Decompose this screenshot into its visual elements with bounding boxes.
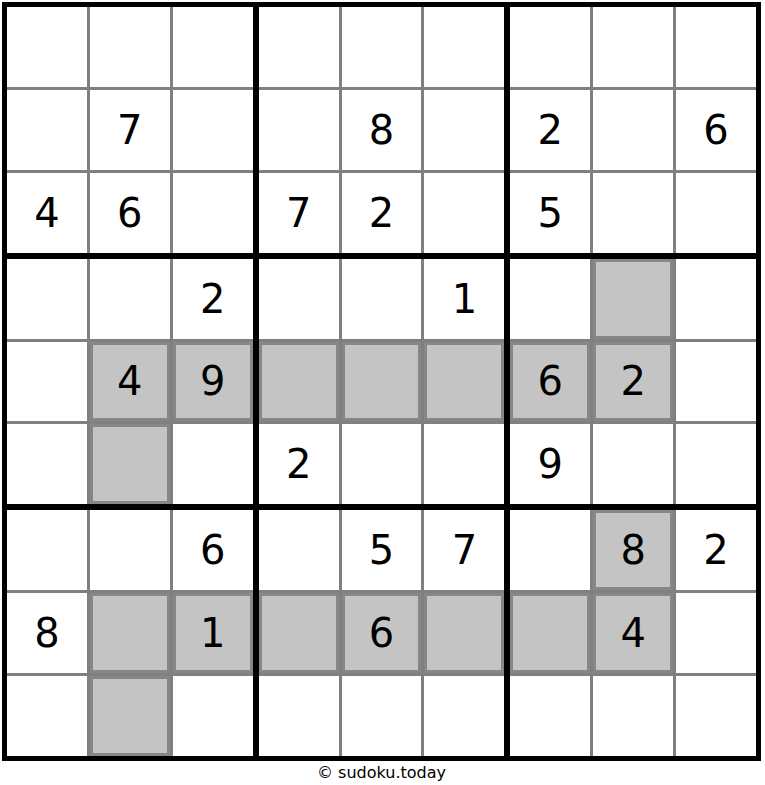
cell-r5c1[interactable]	[7, 342, 87, 422]
cell-r7c1[interactable]	[7, 510, 87, 590]
cell-r9c4[interactable]	[259, 676, 339, 756]
cell-r4c3[interactable]: 2	[173, 259, 253, 339]
cell-r3c7[interactable]: 5	[510, 173, 590, 253]
cell-r9c1[interactable]	[7, 676, 87, 756]
cell-r7c8[interactable]: 8	[593, 510, 673, 590]
cell-r7c3[interactable]: 6	[173, 510, 253, 590]
cell-r8c1[interactable]: 8	[7, 593, 87, 673]
cell-r8c9[interactable]	[676, 593, 756, 673]
cell-r1c9[interactable]	[676, 7, 756, 87]
box-3-3: 824	[510, 510, 756, 756]
box-1-2: 872	[259, 7, 505, 253]
cell-r5c4[interactable]	[259, 342, 339, 422]
cell-r1c7[interactable]	[510, 7, 590, 87]
cell-r3c4[interactable]: 7	[259, 173, 339, 253]
box-3-2: 576	[259, 510, 505, 756]
cell-r3c9[interactable]	[676, 173, 756, 253]
cell-r4c4[interactable]	[259, 259, 339, 339]
cell-r4c2[interactable]	[90, 259, 170, 339]
cell-r3c6[interactable]	[424, 173, 504, 253]
cell-r6c1[interactable]	[7, 424, 87, 504]
cell-r6c5[interactable]	[342, 424, 422, 504]
cell-r5c2[interactable]: 4	[90, 342, 170, 422]
cell-r8c6[interactable]	[424, 593, 504, 673]
box-2-3: 629	[510, 259, 756, 505]
box-3-1: 681	[7, 510, 253, 756]
cell-r2c5[interactable]: 8	[342, 90, 422, 170]
cell-r9c8[interactable]	[593, 676, 673, 756]
cell-r8c8[interactable]: 4	[593, 593, 673, 673]
cell-r2c9[interactable]: 6	[676, 90, 756, 170]
cell-r7c2[interactable]	[90, 510, 170, 590]
cell-r5c6[interactable]	[424, 342, 504, 422]
cell-r4c8[interactable]	[593, 259, 673, 339]
cell-r5c5[interactable]	[342, 342, 422, 422]
cell-r1c4[interactable]	[259, 7, 339, 87]
cell-r6c8[interactable]	[593, 424, 673, 504]
cell-r2c6[interactable]	[424, 90, 504, 170]
cell-r8c4[interactable]	[259, 593, 339, 673]
cell-r2c3[interactable]	[173, 90, 253, 170]
cell-r7c9[interactable]: 2	[676, 510, 756, 590]
cell-r9c9[interactable]	[676, 676, 756, 756]
cell-r1c3[interactable]	[173, 7, 253, 87]
cell-r4c5[interactable]	[342, 259, 422, 339]
cell-r5c3[interactable]: 9	[173, 342, 253, 422]
cell-r9c5[interactable]	[342, 676, 422, 756]
cell-r8c3[interactable]: 1	[173, 593, 253, 673]
cell-r4c7[interactable]	[510, 259, 590, 339]
cell-r6c7[interactable]: 9	[510, 424, 590, 504]
cell-r3c8[interactable]	[593, 173, 673, 253]
cell-r8c7[interactable]	[510, 593, 590, 673]
cell-r6c4[interactable]: 2	[259, 424, 339, 504]
cell-r1c1[interactable]	[7, 7, 87, 87]
box-2-1: 249	[7, 259, 253, 505]
cell-r6c3[interactable]	[173, 424, 253, 504]
cell-r9c7[interactable]	[510, 676, 590, 756]
cell-r5c7[interactable]: 6	[510, 342, 590, 422]
cell-r8c2[interactable]	[90, 593, 170, 673]
cell-r9c3[interactable]	[173, 676, 253, 756]
cell-r3c1[interactable]: 4	[7, 173, 87, 253]
cell-r1c2[interactable]	[90, 7, 170, 87]
box-1-3: 265	[510, 7, 756, 253]
cell-r1c5[interactable]	[342, 7, 422, 87]
cell-r3c3[interactable]	[173, 173, 253, 253]
cell-r6c6[interactable]	[424, 424, 504, 504]
copyright-text: © sudoku.today	[2, 761, 761, 782]
cell-r1c6[interactable]	[424, 7, 504, 87]
cell-r7c5[interactable]: 5	[342, 510, 422, 590]
cell-r5c9[interactable]	[676, 342, 756, 422]
box-1-1: 746	[7, 7, 253, 253]
cell-r6c2[interactable]	[90, 424, 170, 504]
cell-r5c8[interactable]: 2	[593, 342, 673, 422]
cell-r4c9[interactable]	[676, 259, 756, 339]
cell-r2c4[interactable]	[259, 90, 339, 170]
cell-r4c1[interactable]	[7, 259, 87, 339]
cell-r4c6[interactable]: 1	[424, 259, 504, 339]
cell-r7c6[interactable]: 7	[424, 510, 504, 590]
cell-r3c2[interactable]: 6	[90, 173, 170, 253]
cell-r2c1[interactable]	[7, 90, 87, 170]
cell-r7c4[interactable]	[259, 510, 339, 590]
cell-r3c5[interactable]: 2	[342, 173, 422, 253]
cell-r2c7[interactable]: 2	[510, 90, 590, 170]
cell-r2c2[interactable]: 7	[90, 90, 170, 170]
cell-r6c9[interactable]	[676, 424, 756, 504]
sudoku-board: 74687226524912629681576824	[2, 2, 761, 761]
cell-r1c8[interactable]	[593, 7, 673, 87]
box-2-2: 12	[259, 259, 505, 505]
cell-r9c2[interactable]	[90, 676, 170, 756]
cell-r8c5[interactable]: 6	[342, 593, 422, 673]
cell-r2c8[interactable]	[593, 90, 673, 170]
cell-r9c6[interactable]	[424, 676, 504, 756]
cell-r7c7[interactable]	[510, 510, 590, 590]
